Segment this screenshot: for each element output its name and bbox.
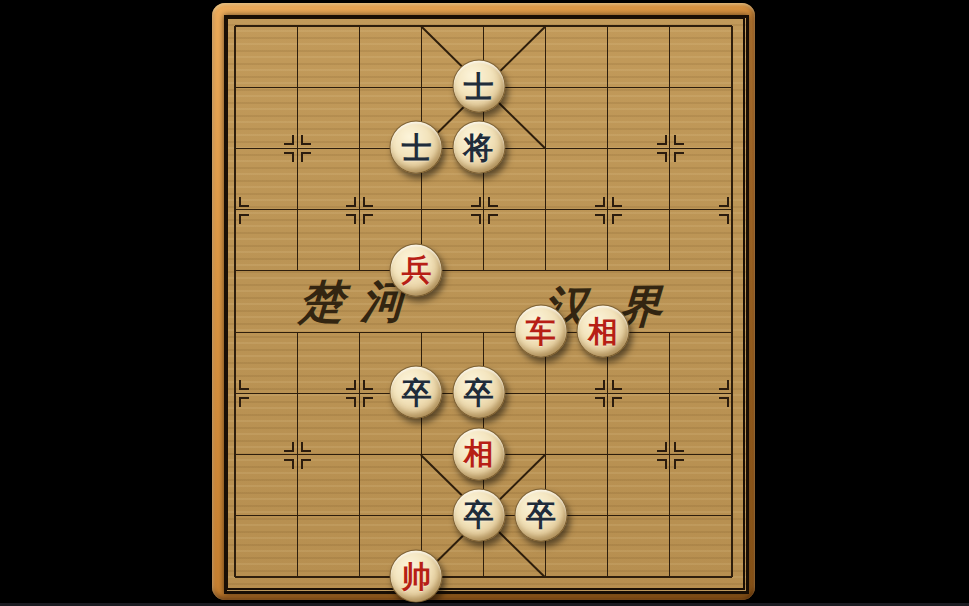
- black-soldier[interactable]: 卒: [514, 488, 567, 541]
- point-marker: [301, 459, 311, 469]
- point-marker: [363, 397, 373, 407]
- point-marker: [488, 197, 498, 207]
- point-marker: [301, 442, 311, 452]
- point-marker: [284, 135, 294, 145]
- point-marker: [674, 442, 684, 452]
- point-marker: [719, 397, 729, 407]
- point-marker: [657, 135, 667, 145]
- black-piece-glyph: 卒: [401, 377, 431, 407]
- red-elephant[interactable]: 相: [576, 305, 629, 358]
- point-marker: [346, 397, 356, 407]
- black-general[interactable]: 将: [452, 121, 505, 174]
- point-marker: [284, 459, 294, 469]
- point-marker: [471, 197, 481, 207]
- red-piece-glyph: 相: [588, 316, 618, 346]
- red-soldier[interactable]: 兵: [390, 243, 443, 296]
- red-piece-glyph: 帅: [401, 561, 431, 591]
- point-marker: [674, 152, 684, 162]
- point-marker: [719, 214, 729, 224]
- point-marker: [346, 197, 356, 207]
- point-marker: [612, 197, 622, 207]
- point-marker: [239, 380, 249, 390]
- point-marker: [674, 135, 684, 145]
- point-marker: [657, 442, 667, 452]
- point-marker: [301, 135, 311, 145]
- point-marker: [719, 380, 729, 390]
- black-piece-glyph: 士: [464, 71, 494, 101]
- point-marker: [471, 214, 481, 224]
- point-marker: [595, 380, 605, 390]
- black-piece-glyph: 士: [401, 132, 431, 162]
- black-soldier[interactable]: 卒: [390, 366, 443, 419]
- point-marker: [719, 197, 729, 207]
- point-marker: [363, 380, 373, 390]
- red-elephant[interactable]: 相: [452, 427, 505, 480]
- point-marker: [346, 380, 356, 390]
- point-marker: [363, 214, 373, 224]
- black-advisor[interactable]: 士: [390, 121, 443, 174]
- point-marker: [595, 197, 605, 207]
- point-marker: [239, 197, 249, 207]
- point-marker: [239, 214, 249, 224]
- black-piece-glyph: 卒: [464, 500, 494, 530]
- point-marker: [595, 214, 605, 224]
- black-piece-glyph: 将: [464, 132, 494, 162]
- xiangqi-app: 楚河 汉界 士士将兵车相卒卒相卒卒帅: [0, 0, 969, 606]
- point-marker: [674, 459, 684, 469]
- point-marker: [595, 397, 605, 407]
- point-marker: [301, 152, 311, 162]
- point-marker: [612, 380, 622, 390]
- point-marker: [239, 397, 249, 407]
- black-piece-glyph: 卒: [464, 377, 494, 407]
- point-marker: [488, 214, 498, 224]
- black-advisor[interactable]: 士: [452, 60, 505, 113]
- red-piece-glyph: 相: [464, 439, 494, 469]
- black-soldier[interactable]: 卒: [452, 366, 505, 419]
- point-marker: [284, 152, 294, 162]
- point-marker: [612, 397, 622, 407]
- point-marker: [657, 459, 667, 469]
- point-marker: [612, 214, 622, 224]
- red-chariot[interactable]: 车: [514, 305, 567, 358]
- point-marker: [363, 197, 373, 207]
- red-piece-glyph: 车: [526, 316, 556, 346]
- red-general[interactable]: 帅: [390, 550, 443, 603]
- point-marker: [284, 442, 294, 452]
- point-marker: [657, 152, 667, 162]
- red-piece-glyph: 兵: [401, 255, 431, 285]
- black-piece-glyph: 卒: [526, 500, 556, 530]
- point-marker: [346, 214, 356, 224]
- black-soldier[interactable]: 卒: [452, 488, 505, 541]
